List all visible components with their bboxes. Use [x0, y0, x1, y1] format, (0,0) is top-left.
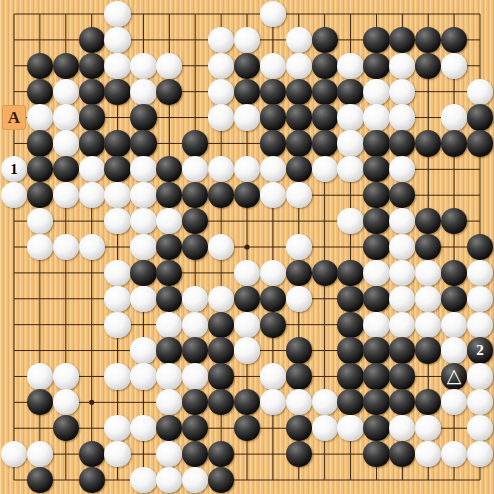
black-stone [286, 441, 312, 467]
black-stone [363, 234, 389, 260]
white-stone [53, 182, 79, 208]
black-stone [156, 79, 182, 105]
black-stone [79, 104, 105, 130]
white-stone [79, 182, 105, 208]
black-stone [286, 79, 312, 105]
white-stone [130, 182, 156, 208]
white-stone [260, 260, 286, 286]
black-stone [389, 337, 415, 363]
white-stone [130, 156, 156, 182]
white-stone [260, 363, 286, 389]
white-stone [182, 312, 208, 338]
black-stone [104, 79, 130, 105]
white-stone [27, 208, 53, 234]
black-stone [441, 260, 467, 286]
white-stone [130, 415, 156, 441]
black-stone [467, 234, 493, 260]
black-stone [337, 260, 363, 286]
white-stone [234, 337, 260, 363]
black-stone [130, 104, 156, 130]
label-A: A [2, 105, 26, 129]
black-stone [415, 337, 441, 363]
black-stone [363, 156, 389, 182]
white-stone [27, 441, 53, 467]
white-stone [415, 286, 441, 312]
white-stone [79, 234, 105, 260]
black-stone [363, 441, 389, 467]
black-stone [337, 286, 363, 312]
white-stone [130, 467, 156, 493]
black-stone [27, 79, 53, 105]
black-stone [312, 260, 338, 286]
black-stone [286, 104, 312, 130]
white-stone [130, 53, 156, 79]
black-stone [260, 130, 286, 156]
black-stone [182, 130, 208, 156]
white-stone [312, 156, 338, 182]
white-stone [130, 286, 156, 312]
black-stone [260, 312, 286, 338]
white-stone [415, 312, 441, 338]
black-stone [363, 27, 389, 53]
white-stone [104, 182, 130, 208]
black-stone [312, 130, 338, 156]
black-stone [467, 104, 493, 130]
white-stone [104, 260, 130, 286]
black-stone [79, 27, 105, 53]
black-stone [312, 104, 338, 130]
white-stone [53, 130, 79, 156]
white-stone [27, 234, 53, 260]
white-stone [104, 415, 130, 441]
black-stone [337, 312, 363, 338]
white-stone [104, 363, 130, 389]
black-stone [363, 389, 389, 415]
white-stone [312, 415, 338, 441]
white-stone [363, 104, 389, 130]
black-stone [260, 104, 286, 130]
white-stone [234, 27, 260, 53]
black-stone [337, 79, 363, 105]
black-stone [363, 130, 389, 156]
white-stone [337, 53, 363, 79]
black-stone [234, 79, 260, 105]
black-stone [467, 130, 493, 156]
white-stone [104, 53, 130, 79]
hoshi-point [89, 400, 94, 405]
white-stone [27, 104, 53, 130]
white-stone [104, 208, 130, 234]
white-stone [53, 234, 79, 260]
black-stone [286, 337, 312, 363]
black-stone [415, 53, 441, 79]
white-stone [337, 104, 363, 130]
go-board[interactable]: 12△A [0, 0, 494, 494]
white-stone [286, 53, 312, 79]
black-stone [130, 130, 156, 156]
white-stone [441, 337, 467, 363]
black-stone [260, 79, 286, 105]
white-stone [130, 337, 156, 363]
black-stone [234, 286, 260, 312]
black-stone: △ [441, 363, 467, 389]
black-stone [286, 130, 312, 156]
white-stone [389, 312, 415, 338]
black-stone [415, 130, 441, 156]
white-stone [441, 312, 467, 338]
white-stone [467, 79, 493, 105]
white-stone [286, 234, 312, 260]
white-stone [130, 363, 156, 389]
white-stone [156, 363, 182, 389]
black-stone [337, 337, 363, 363]
white-stone [337, 208, 363, 234]
black-stone [260, 286, 286, 312]
black-stone: 2 [467, 337, 493, 363]
black-stone [337, 389, 363, 415]
white-stone [389, 79, 415, 105]
black-stone [363, 415, 389, 441]
white-stone [208, 53, 234, 79]
black-stone [286, 415, 312, 441]
white-stone [156, 312, 182, 338]
black-stone [363, 363, 389, 389]
white-stone [208, 286, 234, 312]
white-stone [208, 79, 234, 105]
white-stone [286, 27, 312, 53]
black-stone [79, 79, 105, 105]
white-stone [467, 363, 493, 389]
white-stone [260, 53, 286, 79]
triangle-marker: △ [447, 366, 462, 385]
hoshi-point [244, 244, 249, 249]
white-stone [441, 104, 467, 130]
white-stone [260, 1, 286, 27]
white-stone [389, 104, 415, 130]
white-stone [234, 312, 260, 338]
white-stone [337, 156, 363, 182]
black-stone [441, 130, 467, 156]
white-stone [337, 130, 363, 156]
white-stone [53, 363, 79, 389]
white-stone [234, 260, 260, 286]
black-stone [363, 337, 389, 363]
black-stone [79, 467, 105, 493]
black-stone [130, 260, 156, 286]
white-stone [337, 415, 363, 441]
white-stone [208, 27, 234, 53]
black-stone [363, 182, 389, 208]
white-stone [104, 27, 130, 53]
black-stone [156, 337, 182, 363]
white-stone [104, 312, 130, 338]
white-stone [182, 286, 208, 312]
white-stone [53, 79, 79, 105]
black-stone [79, 441, 105, 467]
black-stone [27, 53, 53, 79]
black-stone [79, 130, 105, 156]
white-stone [104, 441, 130, 467]
white-stone [53, 104, 79, 130]
white-stone [363, 260, 389, 286]
move-number-label: 1 [10, 162, 18, 177]
white-stone [208, 104, 234, 130]
black-stone [104, 130, 130, 156]
black-stone [27, 467, 53, 493]
black-stone [337, 363, 363, 389]
black-stone [312, 27, 338, 53]
white-stone [363, 312, 389, 338]
white-stone [286, 182, 312, 208]
black-stone [312, 79, 338, 105]
black-stone [363, 53, 389, 79]
black-stone [389, 363, 415, 389]
white-stone [27, 363, 53, 389]
black-stone [286, 363, 312, 389]
black-stone [208, 312, 234, 338]
black-stone [79, 53, 105, 79]
black-stone [208, 363, 234, 389]
white-stone [286, 286, 312, 312]
black-stone [441, 286, 467, 312]
white-stone [130, 208, 156, 234]
black-stone [312, 53, 338, 79]
white-stone [130, 79, 156, 105]
black-stone [363, 208, 389, 234]
white-stone [363, 79, 389, 105]
white-stone [182, 363, 208, 389]
black-stone [286, 260, 312, 286]
black-stone [53, 53, 79, 79]
move-number-label: 2 [476, 343, 484, 358]
white-stone [234, 104, 260, 130]
white-stone [312, 389, 338, 415]
white-stone [467, 286, 493, 312]
black-stone [389, 130, 415, 156]
white-stone [467, 260, 493, 286]
white-stone [130, 234, 156, 260]
white-stone [79, 156, 105, 182]
black-stone [234, 53, 260, 79]
black-stone [208, 337, 234, 363]
white-stone [104, 286, 130, 312]
black-stone [27, 130, 53, 156]
white-stone [104, 1, 130, 27]
white-stone [467, 312, 493, 338]
black-stone [104, 156, 130, 182]
black-stone [53, 415, 79, 441]
black-stone [363, 286, 389, 312]
black-stone [441, 27, 467, 53]
black-stone [182, 337, 208, 363]
white-stone [441, 53, 467, 79]
